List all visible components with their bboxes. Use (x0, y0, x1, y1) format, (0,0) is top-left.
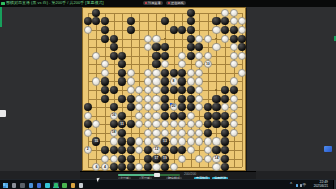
white-stone (195, 69, 203, 77)
network-tray-icon[interactable] (296, 184, 299, 187)
black-stone (221, 17, 229, 25)
black-stone (221, 112, 229, 120)
black-stone (161, 43, 169, 51)
mail-icon[interactable] (36, 182, 42, 188)
white-stone (230, 103, 238, 111)
white-stone (92, 77, 100, 85)
status-chip-watching[interactable]: 正在观战 (166, 1, 186, 6)
black-stone (118, 137, 126, 145)
black-stone (109, 43, 117, 51)
white-stone (187, 112, 195, 120)
white-stone (238, 17, 246, 25)
file-explorer-icon (71, 183, 76, 188)
go-app-icon (54, 183, 59, 188)
white-stone (152, 77, 160, 85)
white-stone (135, 112, 143, 120)
black-stone (230, 34, 238, 42)
move-number: 16 (112, 114, 116, 117)
black-stone (187, 9, 195, 17)
white-stone (135, 137, 143, 145)
white-stone (221, 103, 229, 111)
black-stone (109, 120, 117, 128)
white-stone: 20 (170, 103, 178, 111)
store-icon[interactable] (45, 182, 51, 188)
white-stone (178, 155, 186, 163)
move-number: 11 (120, 123, 124, 126)
file-explorer-icon[interactable] (70, 182, 76, 188)
white-stone (195, 60, 203, 68)
white-stone (204, 155, 212, 163)
white-stone (92, 52, 100, 60)
white-stone (230, 77, 238, 85)
move-number: 13 (163, 140, 167, 143)
black-stone (144, 146, 152, 154)
white-stone (144, 112, 152, 120)
white-stone (238, 69, 246, 77)
white-stone (135, 103, 143, 111)
record-dot-icon (168, 2, 170, 4)
white-stone (135, 95, 143, 103)
black-stone (84, 120, 92, 128)
background-window-sliver-left (0, 7, 2, 27)
browser-icon (29, 183, 34, 188)
black-stone (161, 52, 169, 60)
move-number: 15 (94, 140, 98, 143)
white-stone (84, 129, 92, 137)
white-stone (152, 137, 160, 145)
black-stone (170, 146, 178, 154)
white-stone (161, 129, 169, 137)
white-stone (195, 95, 203, 103)
black-stone (212, 17, 220, 25)
black-stone (101, 26, 109, 34)
black-stone (101, 77, 109, 85)
taskbar: ^ 中 22:49 2025/6/21 (0, 179, 336, 189)
black-stone (101, 146, 109, 154)
white-stone (144, 120, 152, 128)
white-stone (195, 34, 203, 42)
white-stone (170, 129, 178, 137)
black-stone (127, 26, 135, 34)
task-view-icon[interactable] (19, 182, 25, 188)
white-stone (152, 95, 160, 103)
white-stone (212, 137, 220, 145)
move-number: 8 (173, 80, 175, 83)
black-stone (221, 129, 229, 137)
white-stone (238, 26, 246, 34)
white-stone (170, 137, 178, 145)
white-stone (84, 112, 92, 120)
white-stone (161, 60, 169, 68)
black-stone (204, 112, 212, 120)
white-stone (152, 69, 160, 77)
white-stone (178, 52, 186, 60)
black-stone (109, 34, 117, 42)
black-stone (92, 17, 100, 25)
black-stone (118, 60, 126, 68)
black-stone (127, 155, 135, 163)
black-stone (127, 95, 135, 103)
white-stone (127, 69, 135, 77)
windows-logo-icon (3, 183, 8, 188)
search-icon[interactable] (11, 182, 17, 188)
white-stone (144, 103, 152, 111)
star-point (216, 38, 218, 40)
white-stone (195, 103, 203, 111)
move-number: 10 (206, 63, 210, 66)
black-stone (187, 26, 195, 34)
tray-expand-icon[interactable]: ^ (290, 182, 292, 187)
white-stone (135, 86, 143, 94)
black-stone (127, 120, 135, 128)
black-stone (161, 69, 169, 77)
move-number: 18 (112, 131, 116, 134)
black-stone (118, 146, 126, 154)
black-stone (101, 95, 109, 103)
black-stone (221, 26, 229, 34)
white-stone (144, 129, 152, 137)
black-stone (204, 129, 212, 137)
black-stone (212, 95, 220, 103)
white-stone (230, 17, 238, 25)
black-stone (212, 146, 220, 154)
white-stone (144, 137, 152, 145)
move-number: 12 (155, 148, 159, 151)
black-stone (109, 86, 117, 94)
white-stone (230, 112, 238, 120)
black-stone (101, 17, 109, 25)
go-board[interactable]: 10820161118151321217191464 (82, 7, 246, 171)
white-stone (178, 120, 186, 128)
white-stone (135, 146, 143, 154)
white-stone (109, 155, 117, 163)
black-stone (187, 52, 195, 60)
white-stone: 12 (152, 146, 160, 154)
white-stone (221, 34, 229, 42)
move-number: 17 (155, 157, 159, 160)
black-stone (195, 43, 203, 51)
white-stone: 14 (212, 155, 220, 163)
white-stone (135, 120, 143, 128)
white-stone (195, 52, 203, 60)
black-stone: 17 (152, 155, 160, 163)
black-stone (230, 26, 238, 34)
black-stone (178, 77, 186, 85)
white-stone (152, 112, 160, 120)
move-counter: 200/200 (184, 172, 196, 176)
white-stone (212, 26, 220, 34)
black-stone (204, 120, 212, 128)
notes-app-icon[interactable] (78, 182, 84, 188)
black-stone (238, 43, 246, 51)
white-stone (204, 146, 212, 154)
white-stone (204, 34, 212, 42)
star-point (216, 89, 218, 91)
black-stone (161, 17, 169, 25)
black-stone (170, 69, 178, 77)
black-stone (118, 95, 126, 103)
white-stone (187, 77, 195, 85)
white-stone (161, 120, 169, 128)
black-stone (118, 129, 126, 137)
window-title: 围棋对局直播 (黑 vs 白) - 第200手 / 共200手 [复盘模式] (6, 0, 104, 6)
search-icon (12, 183, 17, 188)
black-stone (127, 137, 135, 145)
white-stone (101, 155, 109, 163)
white-stone: 10 (204, 60, 212, 68)
move-number: 19 (163, 157, 167, 160)
white-stone (187, 129, 195, 137)
move-number: 2 (87, 148, 89, 151)
black-stone (161, 112, 169, 120)
white-stone: 2 (84, 146, 92, 154)
black-stone (221, 155, 229, 163)
black-stone (187, 43, 195, 51)
black-stone (221, 146, 229, 154)
black-stone: 19 (161, 155, 169, 163)
white-stone (144, 86, 152, 94)
white-stone (204, 52, 212, 60)
black-stone (92, 9, 100, 17)
black-stone (109, 146, 117, 154)
white-stone (178, 60, 186, 68)
white-stone (230, 9, 238, 17)
black-stone (84, 17, 92, 25)
black-stone: 11 (118, 120, 126, 128)
white-stone (230, 52, 238, 60)
black-stone (178, 26, 186, 34)
task-view-icon (20, 183, 25, 188)
black-stone (109, 52, 117, 60)
clock-date: 2025/6/21 (314, 185, 328, 189)
black-stone: 15 (92, 137, 100, 145)
black-stone (212, 120, 220, 128)
black-stone (118, 112, 126, 120)
side-panel-tab[interactable] (0, 110, 6, 117)
black-stone (212, 103, 220, 111)
black-stone (127, 17, 135, 25)
black-stone (118, 155, 126, 163)
white-stone (101, 60, 109, 68)
white-stone (144, 77, 152, 85)
white-stone (221, 9, 229, 17)
black-stone (84, 103, 92, 111)
record-dot-icon (145, 2, 147, 4)
white-stone (127, 86, 135, 94)
black-stone: 13 (161, 137, 169, 145)
chat-app-icon[interactable] (61, 182, 67, 188)
black-stone (187, 34, 195, 42)
chat-app-icon (62, 183, 67, 188)
black-stone (187, 95, 195, 103)
black-stone (187, 86, 195, 94)
black-stone (178, 103, 186, 111)
white-stone (144, 69, 152, 77)
mail-icon (37, 183, 42, 188)
black-stone (109, 103, 117, 111)
white-stone: 18 (109, 129, 117, 137)
black-stone (178, 146, 186, 154)
black-stone (161, 86, 169, 94)
notes-app-icon (79, 183, 84, 188)
store-icon (45, 183, 50, 188)
white-stone (152, 129, 160, 137)
white-stone (212, 43, 220, 51)
white-stone (152, 34, 160, 42)
black-stone (127, 103, 135, 111)
white-stone (152, 86, 160, 94)
black-stone (161, 146, 169, 154)
notification-badge-icon[interactable] (324, 146, 332, 152)
last-move-marker-icon (170, 103, 173, 106)
black-stone (127, 146, 135, 154)
white-stone (230, 129, 238, 137)
white-stone (178, 129, 186, 137)
white-stone (92, 120, 100, 128)
white-stone (195, 155, 203, 163)
white-stone (195, 77, 203, 85)
white-stone (230, 60, 238, 68)
white-stone (195, 137, 203, 145)
app-icon (1, 2, 5, 6)
black-stone (170, 26, 178, 34)
mouse-cursor (97, 178, 101, 183)
black-stone (187, 17, 195, 25)
black-stone (101, 86, 109, 94)
white-stone (230, 120, 238, 128)
status-chip-label: 对局直播 (148, 1, 161, 5)
white-stone (195, 129, 203, 137)
black-stone (178, 95, 186, 103)
black-stone (161, 77, 169, 85)
white-stone (101, 69, 109, 77)
black-stone (118, 77, 126, 85)
move-slider-handle[interactable] (154, 173, 160, 177)
black-stone (238, 34, 246, 42)
black-stone (152, 60, 160, 68)
white-stone (187, 146, 195, 154)
black-stone (161, 95, 169, 103)
white-stone (204, 137, 212, 145)
ime-language-indicator[interactable]: 中 (302, 183, 306, 187)
black-stone (204, 103, 212, 111)
black-stone (178, 112, 186, 120)
black-stone (178, 69, 186, 77)
move-number: 6 (95, 165, 97, 168)
black-stone (212, 112, 220, 120)
white-stone (84, 26, 92, 34)
white-stone: 16 (109, 112, 117, 120)
star-point (164, 38, 166, 40)
white-stone (187, 69, 195, 77)
black-stone (170, 112, 178, 120)
black-stone (144, 155, 152, 163)
white-stone (144, 95, 152, 103)
browser-icon[interactable] (28, 182, 34, 188)
white-stone (109, 137, 117, 145)
move-number: 14 (215, 157, 219, 160)
taskbar-clock[interactable]: 22:49 2025/6/21 (314, 181, 328, 189)
go-app-icon[interactable] (53, 182, 59, 188)
black-stone (152, 52, 160, 60)
black-stone (118, 69, 126, 77)
white-stone: 8 (170, 77, 178, 85)
status-chip-label: 正在观战 (171, 1, 184, 5)
black-stone (152, 43, 160, 51)
white-stone (144, 43, 152, 51)
start-button[interactable] (2, 182, 8, 188)
white-stone (170, 120, 178, 128)
black-stone (221, 120, 229, 128)
white-stone (144, 34, 152, 42)
white-stone (195, 86, 203, 94)
status-chip-live[interactable]: 对局直播 (143, 1, 163, 6)
white-stone (195, 120, 203, 128)
white-stone (178, 137, 186, 145)
white-stone (238, 52, 246, 60)
white-stone (127, 77, 135, 85)
black-stone (221, 137, 229, 145)
move-number: 4 (104, 165, 106, 168)
black-stone (101, 34, 109, 42)
black-stone (170, 86, 178, 94)
black-stone (187, 103, 195, 111)
white-stone (152, 103, 160, 111)
black-stone (230, 86, 238, 94)
white-stone (230, 95, 238, 103)
white-stone (152, 120, 160, 128)
black-stone (161, 103, 169, 111)
black-stone (221, 95, 229, 103)
white-stone (187, 120, 195, 128)
black-stone (221, 86, 229, 94)
black-stone (178, 86, 186, 94)
black-stone (118, 52, 126, 60)
white-stone (230, 43, 238, 51)
white-stone (187, 137, 195, 145)
